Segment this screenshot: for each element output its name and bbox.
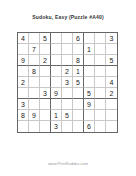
sudoku-page: Sudoku, Easy (Puzzle #A40) 4563719285821… <box>0 0 136 176</box>
cell-r3c6: 8 <box>73 55 84 66</box>
cell-r5c5: 3 <box>62 77 73 88</box>
cell-r8c9 <box>106 110 117 121</box>
cell-r3c3: 2 <box>40 55 51 66</box>
cell-r2c8 <box>95 44 106 55</box>
cell-r3c7 <box>84 55 95 66</box>
cell-r5c7 <box>84 77 95 88</box>
cell-r7c1: 3 <box>18 99 29 110</box>
cell-r5c4 <box>51 77 62 88</box>
cell-r3c5 <box>62 55 73 66</box>
cell-r9c7: 6 <box>84 121 95 132</box>
cell-r6c9: 2 <box>106 88 117 99</box>
cell-r2c4 <box>51 44 62 55</box>
cell-r6c5 <box>62 88 73 99</box>
cell-r8c3 <box>40 110 51 121</box>
cell-r1c2 <box>29 33 40 44</box>
cell-r8c5: 5 <box>62 110 73 121</box>
cell-r9c6 <box>73 121 84 132</box>
cell-r2c7: 1 <box>84 44 95 55</box>
cell-r4c7 <box>84 66 95 77</box>
cell-r5c8 <box>95 77 106 88</box>
cell-r7c4 <box>51 99 62 110</box>
cell-r8c8 <box>95 110 106 121</box>
cell-r4c5: 2 <box>62 66 73 77</box>
cell-r8c4: 1 <box>51 110 62 121</box>
cell-r8c7 <box>84 110 95 121</box>
cell-r1c3: 5 <box>40 33 51 44</box>
cell-r7c7: 9 <box>84 99 95 110</box>
cell-r1c8 <box>95 33 106 44</box>
cell-r7c8 <box>95 99 106 110</box>
cell-r8c1: 8 <box>18 110 29 121</box>
cell-r4c3 <box>40 66 51 77</box>
cell-r3c4 <box>51 55 62 66</box>
cell-r9c4: 3 <box>51 121 62 132</box>
cell-r7c5 <box>62 99 73 110</box>
cell-r9c5 <box>62 121 73 132</box>
cell-r7c6 <box>73 99 84 110</box>
cell-r2c5 <box>62 44 73 55</box>
cell-r7c3 <box>40 99 51 110</box>
cell-r6c3: 3 <box>40 88 51 99</box>
cell-r1c5 <box>62 33 73 44</box>
footer-url: www.PrintSudoku.com <box>0 161 136 166</box>
cell-r4c8 <box>95 66 106 77</box>
cell-r2c9 <box>106 44 117 55</box>
cell-r7c9 <box>106 99 117 110</box>
cell-r5c6: 5 <box>73 77 84 88</box>
cell-r6c1 <box>18 88 29 99</box>
cell-r3c8 <box>95 55 106 66</box>
cell-r6c2 <box>29 88 40 99</box>
cell-r9c3 <box>40 121 51 132</box>
cell-r4c1 <box>18 66 29 77</box>
cell-r5c3 <box>40 77 51 88</box>
cell-r5c1: 2 <box>18 77 29 88</box>
cell-r9c2 <box>29 121 40 132</box>
cell-r4c2: 8 <box>29 66 40 77</box>
cell-r4c4 <box>51 66 62 77</box>
cell-r2c2: 7 <box>29 44 40 55</box>
cell-r9c1 <box>18 121 29 132</box>
cell-r4c9 <box>106 66 117 77</box>
cell-r9c9 <box>106 121 117 132</box>
cell-r4c6: 1 <box>73 66 84 77</box>
cell-r3c2 <box>29 55 40 66</box>
cell-r1c6: 6 <box>73 33 84 44</box>
cell-r5c2 <box>29 77 40 88</box>
cell-r1c7 <box>84 33 95 44</box>
cell-r6c8 <box>95 88 106 99</box>
cell-r2c3 <box>40 44 51 55</box>
cell-r6c6 <box>73 88 84 99</box>
cell-r1c9: 3 <box>106 33 117 44</box>
cell-r8c6 <box>73 110 84 121</box>
cell-r6c4: 9 <box>51 88 62 99</box>
cell-r1c1: 4 <box>18 33 29 44</box>
cell-r8c2: 9 <box>29 110 40 121</box>
page-title: Sudoku, Easy (Puzzle #A40) <box>0 14 136 20</box>
cell-r7c2 <box>29 99 40 110</box>
cell-r9c8 <box>95 121 106 132</box>
cell-r2c6 <box>73 44 84 55</box>
cell-r3c9: 5 <box>106 55 117 66</box>
cell-r6c7: 5 <box>84 88 95 99</box>
cell-r3c1: 9 <box>18 55 29 66</box>
cell-r5c9: 4 <box>106 77 117 88</box>
cell-r2c1 <box>18 44 29 55</box>
sudoku-grid: 45637192858212354395239891536 <box>17 32 118 133</box>
cell-r1c4 <box>51 33 62 44</box>
